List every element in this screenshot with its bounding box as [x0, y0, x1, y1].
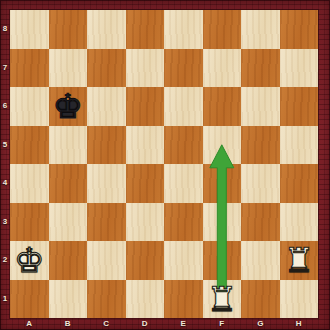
square-d6[interactable]	[126, 87, 165, 126]
rank-label-3: 3	[0, 218, 10, 226]
square-e4[interactable]	[164, 164, 203, 203]
square-c3[interactable]	[87, 203, 126, 242]
square-e3[interactable]	[164, 203, 203, 242]
square-f1[interactable]: ♜	[203, 280, 242, 319]
square-a3[interactable]	[10, 203, 49, 242]
chess-board-frame: ♚♚♜♜ 87654321ABCDEFGH	[0, 0, 330, 330]
square-f6[interactable]	[203, 87, 242, 126]
square-h1[interactable]	[280, 280, 319, 319]
square-g7[interactable]	[241, 49, 280, 88]
piece-white-king[interactable]: ♚	[10, 241, 49, 280]
square-f4[interactable]	[203, 164, 242, 203]
square-f8[interactable]	[203, 10, 242, 49]
square-d7[interactable]	[126, 49, 165, 88]
square-c6[interactable]	[87, 87, 126, 126]
square-d8[interactable]	[126, 10, 165, 49]
square-e7[interactable]	[164, 49, 203, 88]
rank-label-1: 1	[0, 295, 10, 303]
rank-label-4: 4	[0, 179, 10, 187]
square-h6[interactable]	[280, 87, 319, 126]
square-c2[interactable]	[87, 241, 126, 280]
square-b4[interactable]	[49, 164, 88, 203]
square-e5[interactable]	[164, 126, 203, 165]
square-g5[interactable]	[241, 126, 280, 165]
piece-white-rook[interactable]: ♜	[203, 280, 242, 319]
square-c4[interactable]	[87, 164, 126, 203]
square-a2[interactable]: ♚	[10, 241, 49, 280]
square-b1[interactable]	[49, 280, 88, 319]
piece-black-king[interactable]: ♚	[49, 87, 88, 126]
square-g8[interactable]	[241, 10, 280, 49]
square-b3[interactable]	[49, 203, 88, 242]
file-label-g: G	[241, 320, 280, 328]
rank-label-2: 2	[0, 256, 10, 264]
square-e8[interactable]	[164, 10, 203, 49]
square-e2[interactable]	[164, 241, 203, 280]
square-c1[interactable]	[87, 280, 126, 319]
square-h3[interactable]	[280, 203, 319, 242]
square-h2[interactable]: ♜	[280, 241, 319, 280]
square-b5[interactable]	[49, 126, 88, 165]
square-g3[interactable]	[241, 203, 280, 242]
rank-label-7: 7	[0, 64, 10, 72]
square-h8[interactable]	[280, 10, 319, 49]
square-a7[interactable]	[10, 49, 49, 88]
square-d1[interactable]	[126, 280, 165, 319]
chess-board[interactable]: ♚♚♜♜	[10, 10, 318, 318]
square-b6[interactable]: ♚	[49, 87, 88, 126]
square-c7[interactable]	[87, 49, 126, 88]
square-e1[interactable]	[164, 280, 203, 319]
square-g6[interactable]	[241, 87, 280, 126]
file-label-e: E	[164, 320, 203, 328]
square-a4[interactable]	[10, 164, 49, 203]
square-b8[interactable]	[49, 10, 88, 49]
file-label-b: B	[49, 320, 88, 328]
file-label-a: A	[10, 320, 49, 328]
square-f5[interactable]	[203, 126, 242, 165]
square-f3[interactable]	[203, 203, 242, 242]
file-label-c: C	[87, 320, 126, 328]
square-d4[interactable]	[126, 164, 165, 203]
square-h4[interactable]	[280, 164, 319, 203]
square-b7[interactable]	[49, 49, 88, 88]
square-a5[interactable]	[10, 126, 49, 165]
file-label-h: H	[280, 320, 319, 328]
square-d5[interactable]	[126, 126, 165, 165]
square-g1[interactable]	[241, 280, 280, 319]
file-label-d: D	[126, 320, 165, 328]
square-e6[interactable]	[164, 87, 203, 126]
rank-label-8: 8	[0, 25, 10, 33]
file-label-f: F	[203, 320, 242, 328]
square-h7[interactable]	[280, 49, 319, 88]
square-f7[interactable]	[203, 49, 242, 88]
square-h5[interactable]	[280, 126, 319, 165]
square-b2[interactable]	[49, 241, 88, 280]
square-f2[interactable]	[203, 241, 242, 280]
square-c8[interactable]	[87, 10, 126, 49]
square-a1[interactable]	[10, 280, 49, 319]
square-g2[interactable]	[241, 241, 280, 280]
piece-white-rook[interactable]: ♜	[280, 241, 319, 280]
square-a8[interactable]	[10, 10, 49, 49]
rank-label-6: 6	[0, 102, 10, 110]
square-g4[interactable]	[241, 164, 280, 203]
square-d2[interactable]	[126, 241, 165, 280]
square-d3[interactable]	[126, 203, 165, 242]
rank-label-5: 5	[0, 141, 10, 149]
square-c5[interactable]	[87, 126, 126, 165]
square-a6[interactable]	[10, 87, 49, 126]
